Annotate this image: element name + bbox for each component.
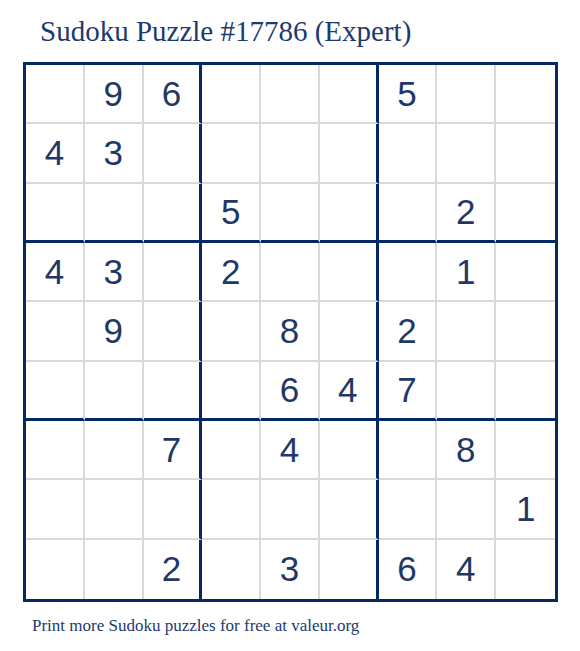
cell-r8c3 bbox=[144, 480, 203, 539]
cell-r1c7: 5 bbox=[379, 65, 438, 124]
cell-r9c6 bbox=[320, 540, 379, 599]
cell-r7c6 bbox=[320, 421, 379, 480]
cell-r2c6 bbox=[320, 124, 379, 183]
cell-r1c3: 6 bbox=[144, 65, 203, 124]
cell-r3c9 bbox=[496, 184, 555, 243]
cell-r3c1 bbox=[26, 184, 85, 243]
cell-r4c2: 3 bbox=[85, 243, 144, 302]
cell-r4c3 bbox=[144, 243, 203, 302]
cell-r6c5: 6 bbox=[261, 362, 320, 421]
cell-r6c3 bbox=[144, 362, 203, 421]
cell-r9c9 bbox=[496, 540, 555, 599]
cell-r7c3: 7 bbox=[144, 421, 203, 480]
cell-r2c2: 3 bbox=[85, 124, 144, 183]
cell-r5c7: 2 bbox=[379, 302, 438, 361]
cell-r6c8 bbox=[437, 362, 496, 421]
cell-r7c9 bbox=[496, 421, 555, 480]
cell-r9c8: 4 bbox=[437, 540, 496, 599]
cell-r2c9 bbox=[496, 124, 555, 183]
cell-r6c6: 4 bbox=[320, 362, 379, 421]
cell-r5c9 bbox=[496, 302, 555, 361]
cell-r8c8 bbox=[437, 480, 496, 539]
cell-r4c4: 2 bbox=[202, 243, 261, 302]
cell-r7c2 bbox=[85, 421, 144, 480]
cell-r3c5 bbox=[261, 184, 320, 243]
cell-r5c1 bbox=[26, 302, 85, 361]
sudoku-grid: 9654352432198264774812364 bbox=[23, 62, 558, 602]
cell-r4c8: 1 bbox=[437, 243, 496, 302]
cell-r2c5 bbox=[261, 124, 320, 183]
footer-text: Print more Sudoku puzzles for free at va… bbox=[32, 616, 359, 636]
cell-r6c9 bbox=[496, 362, 555, 421]
cell-r8c6 bbox=[320, 480, 379, 539]
cell-r9c4 bbox=[202, 540, 261, 599]
cell-r8c1 bbox=[26, 480, 85, 539]
page-title: Sudoku Puzzle #17786 (Expert) bbox=[40, 14, 411, 49]
cell-r9c1 bbox=[26, 540, 85, 599]
cell-r2c4 bbox=[202, 124, 261, 183]
cell-r5c2: 9 bbox=[85, 302, 144, 361]
cell-r4c6 bbox=[320, 243, 379, 302]
cell-r2c3 bbox=[144, 124, 203, 183]
cell-r4c9 bbox=[496, 243, 555, 302]
cell-r3c3 bbox=[144, 184, 203, 243]
cell-r7c8: 8 bbox=[437, 421, 496, 480]
cell-r3c8: 2 bbox=[437, 184, 496, 243]
cell-r8c2 bbox=[85, 480, 144, 539]
cell-r2c7 bbox=[379, 124, 438, 183]
cell-r9c7: 6 bbox=[379, 540, 438, 599]
cell-r1c6 bbox=[320, 65, 379, 124]
cell-r7c1 bbox=[26, 421, 85, 480]
cell-r7c4 bbox=[202, 421, 261, 480]
cell-r9c2 bbox=[85, 540, 144, 599]
cell-r9c5: 3 bbox=[261, 540, 320, 599]
cell-r9c3: 2 bbox=[144, 540, 203, 599]
cell-r5c4 bbox=[202, 302, 261, 361]
cell-r2c1: 4 bbox=[26, 124, 85, 183]
cell-r5c5: 8 bbox=[261, 302, 320, 361]
cell-r4c5 bbox=[261, 243, 320, 302]
cell-r8c9: 1 bbox=[496, 480, 555, 539]
cell-r3c4: 5 bbox=[202, 184, 261, 243]
cell-r7c7 bbox=[379, 421, 438, 480]
cell-r8c5 bbox=[261, 480, 320, 539]
cell-r1c5 bbox=[261, 65, 320, 124]
cell-r8c7 bbox=[379, 480, 438, 539]
cell-r6c2 bbox=[85, 362, 144, 421]
cell-r1c4 bbox=[202, 65, 261, 124]
cell-r7c5: 4 bbox=[261, 421, 320, 480]
cell-r6c4 bbox=[202, 362, 261, 421]
cell-r4c7 bbox=[379, 243, 438, 302]
cell-r8c4 bbox=[202, 480, 261, 539]
cell-r3c6 bbox=[320, 184, 379, 243]
cell-r2c8 bbox=[437, 124, 496, 183]
sudoku-page: Sudoku Puzzle #17786 (Expert) 9654352432… bbox=[0, 0, 580, 651]
cell-r5c3 bbox=[144, 302, 203, 361]
cell-r1c2: 9 bbox=[85, 65, 144, 124]
cell-r6c7: 7 bbox=[379, 362, 438, 421]
cell-r6c1 bbox=[26, 362, 85, 421]
cell-r4c1: 4 bbox=[26, 243, 85, 302]
cell-r5c8 bbox=[437, 302, 496, 361]
cell-r3c7 bbox=[379, 184, 438, 243]
cell-r1c9 bbox=[496, 65, 555, 124]
cell-r1c8 bbox=[437, 65, 496, 124]
cell-r1c1 bbox=[26, 65, 85, 124]
cell-r3c2 bbox=[85, 184, 144, 243]
cell-r5c6 bbox=[320, 302, 379, 361]
